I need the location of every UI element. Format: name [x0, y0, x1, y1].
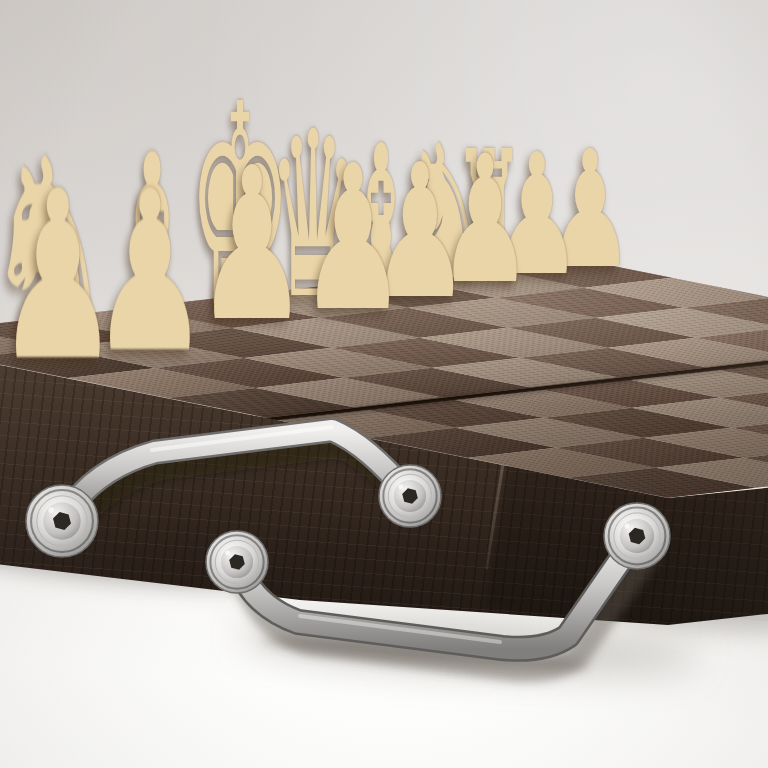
piece-white-pawn-e2[interactable]: ♟ [299, 139, 407, 339]
piece-white-pawn-h2[interactable]: ♟ [0, 160, 121, 393]
piece-white-pawn-f2[interactable]: ♟ [195, 140, 309, 351]
photo-frame: ♜♞♝♚♛♝♞♜♟♟♟♟♟♟♟♟ [0, 0, 768, 768]
